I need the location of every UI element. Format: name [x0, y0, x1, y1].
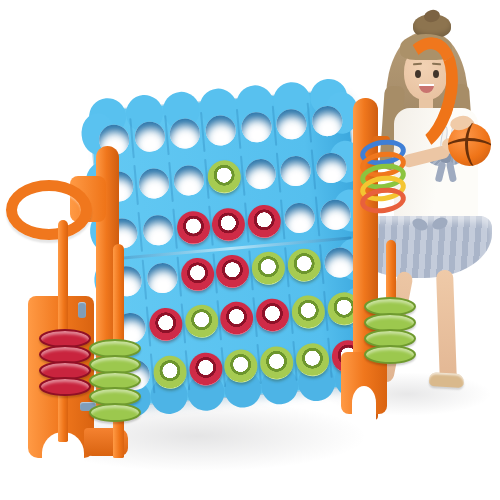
red-disc [148, 307, 184, 343]
empty-hole [324, 246, 357, 279]
green-disc [223, 348, 259, 384]
empty-hole [276, 108, 309, 141]
empty-hole [133, 120, 166, 153]
green-disc [251, 251, 287, 287]
board-cell-r4c5 [249, 243, 289, 293]
board-cell-r5c5 [253, 290, 293, 340]
board-cell-r3c3 [173, 202, 213, 252]
empty-hole [244, 158, 277, 191]
green-disc [259, 345, 295, 381]
basketball-hoop-left [6, 180, 92, 240]
board-cell-r3c7 [316, 190, 356, 240]
red-disc [255, 298, 291, 334]
empty-hole [137, 167, 170, 200]
board-cell-r1c5 [236, 102, 276, 152]
empty-hole [311, 105, 344, 138]
board-cell-r3c5 [245, 196, 285, 246]
board-cell-r2c2 [134, 158, 174, 208]
empty-hole [240, 111, 273, 144]
board-cell-r3c2 [138, 206, 178, 256]
product-photo-giant-connect-four [0, 0, 500, 500]
empty-hole [284, 202, 317, 235]
board-cell-r6c3 [186, 344, 226, 394]
empty-hole [173, 164, 206, 197]
board-cell-r5c3 [182, 297, 222, 347]
red-disc [175, 210, 211, 246]
board-cell-r1c2 [130, 111, 170, 161]
toss-ring [364, 345, 416, 364]
empty-hole [280, 155, 313, 188]
latch-clip [78, 302, 86, 318]
board-cell-r5c4 [217, 294, 257, 344]
board-cell-r4c2 [142, 253, 182, 303]
empty-hole [146, 262, 179, 295]
empty-hole [204, 114, 237, 147]
ring-stack-left-red [39, 332, 91, 396]
red-disc [247, 203, 283, 239]
board-cell-r5c2 [146, 300, 186, 350]
child-leg [436, 270, 457, 387]
green-disc [295, 342, 331, 378]
empty-hole [142, 214, 175, 247]
board-cell-r6c6 [293, 335, 333, 385]
red-disc [215, 254, 251, 290]
toss-ring [39, 377, 91, 396]
red-disc [219, 301, 255, 337]
board-cell-r6c4 [221, 341, 261, 391]
green-disc [286, 247, 322, 283]
board-cell-r4c6 [284, 240, 324, 290]
empty-hole [319, 199, 352, 232]
green-disc [290, 295, 326, 331]
empty-hole [169, 117, 202, 150]
board-cell-r2c3 [169, 155, 209, 205]
green-disc [152, 354, 188, 390]
board-cell-r1c4 [201, 105, 241, 155]
toss-ring [89, 403, 141, 422]
board-cell-r5c6 [288, 287, 328, 337]
empty-hole [315, 152, 348, 185]
red-disc [180, 257, 216, 293]
board-cell-r4c4 [213, 246, 253, 296]
board-cell-r1c7 [308, 96, 348, 146]
ring-stack-left-green [89, 342, 141, 422]
board-cell-r4c3 [178, 250, 218, 300]
leg-arch-right [352, 386, 376, 420]
board-cell-r2c5 [241, 149, 281, 199]
child-sandal [429, 372, 465, 388]
ring-stack-right-green [364, 300, 416, 364]
board-cell-r1c6 [272, 99, 312, 149]
green-disc [184, 304, 220, 340]
board-cell-r2c7 [312, 143, 352, 193]
green-disc [207, 159, 243, 195]
hanging-toss-rings [360, 140, 404, 210]
board-cell-r6c2 [150, 347, 190, 397]
red-disc [211, 207, 247, 243]
board-cell-r2c4 [205, 152, 245, 202]
board-cell-r1c3 [165, 108, 205, 158]
board-cell-r3c6 [280, 193, 320, 243]
red-disc [188, 351, 224, 387]
board-cell-r2c6 [276, 146, 316, 196]
board-cell-r3c4 [209, 199, 249, 249]
board-cell-r6c5 [257, 338, 297, 388]
